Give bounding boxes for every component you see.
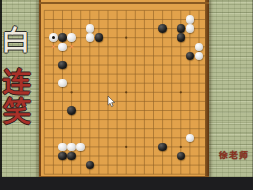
black-stone	[58, 33, 67, 42]
mouse-cursor-icon	[107, 94, 116, 112]
black-stone	[95, 33, 104, 42]
black-stone	[177, 33, 186, 42]
white-stone	[67, 33, 76, 42]
white-stone	[76, 143, 85, 152]
player-name-char-1: 连	[2, 68, 32, 96]
player-control-bar	[0, 177, 253, 190]
black-stone	[158, 24, 167, 33]
board-border-right	[205, 0, 209, 178]
player-info-panel: 白 连 笑	[0, 0, 38, 177]
black-stone	[67, 106, 76, 115]
black-stone	[58, 61, 67, 70]
black-stone	[58, 152, 67, 161]
watermark: 徐老师	[219, 150, 253, 161]
cross-marker-icon: ✕	[68, 43, 76, 51]
white-stone	[58, 43, 67, 52]
white-stone	[58, 143, 67, 152]
go-board[interactable]: ✕✕	[39, 0, 209, 178]
white-stone	[86, 33, 95, 42]
board-border-left	[39, 0, 41, 178]
player-name-char-2: 笑	[2, 97, 32, 125]
white-stone	[186, 15, 195, 24]
white-player-label: 白	[2, 26, 32, 54]
black-stone	[158, 143, 167, 152]
white-stone	[186, 24, 195, 33]
black-stone	[177, 24, 186, 33]
black-stone	[67, 152, 76, 161]
white-stone	[67, 143, 76, 152]
white-stone	[86, 24, 95, 33]
board-border-top	[39, 2, 209, 4]
cross-marker-icon: ✕	[49, 43, 57, 51]
